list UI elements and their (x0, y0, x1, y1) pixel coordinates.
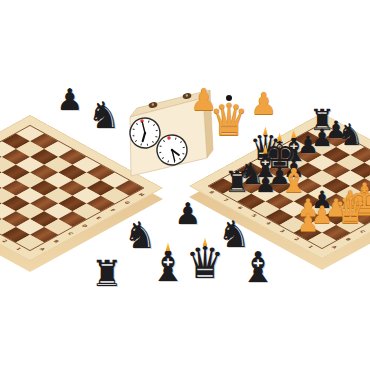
chess-illustration-scene: ABCDEFGH12345678 ABCDEFGH12345678 (0, 0, 370, 370)
chess-piece-black-rook: ♜ (89, 256, 125, 292)
rank-label: 5 (251, 214, 258, 218)
file-label: C (359, 230, 366, 234)
file-label: D (81, 224, 89, 228)
rank-label: 1 (15, 247, 22, 251)
file-label: C (67, 232, 74, 236)
chess-piece-black-bishop: ♝ (147, 246, 189, 288)
rank-label: 2 (293, 237, 300, 241)
rank-label: 8 (208, 190, 215, 194)
gold-finial (166, 242, 171, 251)
rank-label: 1 (307, 245, 314, 249)
chess-piece-black-knight: ♞ (122, 217, 159, 254)
chess-piece-white-pawn: ♟ (249, 89, 279, 119)
file-label: F (109, 208, 116, 212)
file-label: B (345, 237, 352, 241)
file-label: E (95, 216, 102, 220)
file-label: A (330, 245, 338, 249)
gold-finial (203, 237, 208, 246)
gold-finial (263, 126, 268, 135)
dark-finial (226, 95, 232, 101)
file-label: G (123, 200, 131, 204)
chess-piece-black-queen: ♛ (183, 241, 227, 285)
rank-label: 4 (265, 221, 272, 225)
chess-piece-black-pawn: ♟ (173, 199, 203, 229)
file-label: H (137, 193, 145, 197)
rank-label: 6 (236, 206, 243, 210)
rank-label: 3 (279, 229, 286, 233)
rank-label: 2 (1, 239, 8, 243)
chess-piece-black-bishop: ♝ (237, 247, 279, 289)
rank-label: 7 (222, 198, 229, 202)
chess-clock (118, 84, 223, 189)
chess-piece-black-pawn: ♟ (55, 85, 85, 115)
chess-piece-black-knight: ♞ (86, 97, 123, 134)
right-chessboard-grid (209, 124, 370, 248)
file-label: B (53, 239, 60, 243)
file-label: A (38, 247, 46, 251)
